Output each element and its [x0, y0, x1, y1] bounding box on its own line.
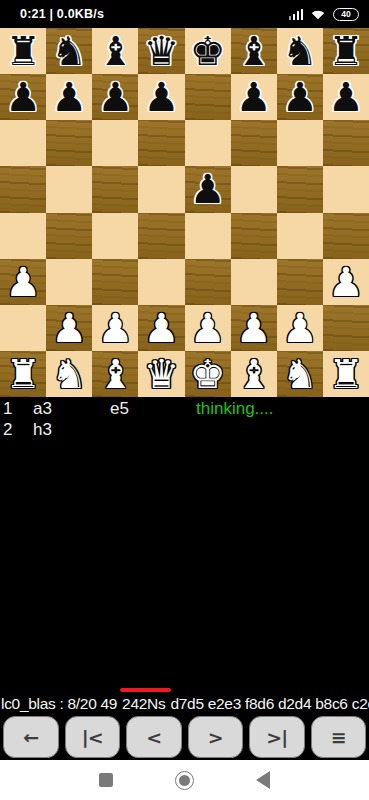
android-nav-bar	[0, 760, 369, 800]
square-d3[interactable]	[138, 259, 184, 305]
previous-move-icon: <	[146, 727, 161, 748]
square-h5[interactable]	[323, 166, 369, 212]
square-c7[interactable]: ♟	[92, 74, 138, 120]
engine-thinking-status: thinking....	[196, 398, 274, 419]
black-pawn: ♟	[51, 74, 87, 120]
white-knight: ♞	[51, 351, 87, 397]
first-move-button[interactable]: |<	[65, 716, 121, 758]
square-g3[interactable]	[277, 259, 323, 305]
black-pawn: ♟	[144, 74, 180, 120]
square-f8[interactable]: ♝	[231, 28, 277, 74]
white-king: ♚	[190, 351, 226, 397]
status-bar: 0:21 | 0.0KB/s 40	[0, 0, 369, 28]
black-move[interactable]	[110, 419, 196, 440]
square-c2[interactable]: ♟	[92, 305, 138, 351]
square-b3[interactable]	[46, 259, 92, 305]
black-pawn: ♟	[97, 74, 133, 120]
square-g2[interactable]: ♟	[277, 305, 323, 351]
engine-analysis-line: lc0_blas : 8/20 49 242Ns d7d5 e2e3 f8d6 …	[0, 688, 369, 714]
square-c4[interactable]	[92, 213, 138, 259]
square-a1[interactable]: ♜	[0, 351, 46, 397]
square-b6[interactable]	[46, 120, 92, 166]
white-bishop: ♝	[97, 351, 133, 397]
black-rook: ♜	[5, 28, 41, 74]
engine-nps-highlighted: 242Ns	[122, 694, 165, 714]
white-rook: ♜	[5, 351, 41, 397]
square-b5[interactable]	[46, 166, 92, 212]
black-knight: ♞	[282, 28, 318, 74]
square-g6[interactable]	[277, 120, 323, 166]
clock-and-speed-text: 0:21 | 0.0KB/s	[20, 7, 104, 21]
status-icons: 40	[289, 8, 360, 21]
square-h2[interactable]	[323, 305, 369, 351]
next-move-icon: >	[208, 727, 223, 748]
black-pawn: ♟	[5, 74, 41, 120]
first-move-icon: |<	[82, 727, 103, 748]
last-move-icon: >|	[266, 727, 287, 748]
black-pawn: ♟	[328, 74, 364, 120]
square-f1[interactable]: ♝	[231, 351, 277, 397]
black-knight: ♞	[51, 28, 87, 74]
black-queen: ♛	[144, 28, 180, 74]
black-pawn: ♟	[190, 166, 226, 212]
chess-board[interactable]: ♜♞♝♛♚♝♞♜♟♟♟♟♟♟♟♟♟♟♟♟♟♟♟♟♜♞♝♛♚♝♞♜	[0, 28, 369, 397]
navigation-toolbar: ←|<<>>|≡	[0, 714, 369, 760]
square-g7[interactable]: ♟	[277, 74, 323, 120]
white-pawn: ♟	[236, 305, 272, 351]
square-g4[interactable]	[277, 213, 323, 259]
square-f6[interactable]	[231, 120, 277, 166]
move-row-1: 1 a3 e5 thinking....	[3, 398, 369, 419]
square-e8[interactable]: ♚	[185, 28, 231, 74]
empty-area	[0, 443, 369, 688]
square-d7[interactable]: ♟	[138, 74, 184, 120]
android-back-icon[interactable]	[256, 771, 270, 789]
square-d1[interactable]: ♛	[138, 351, 184, 397]
square-e7[interactable]	[185, 74, 231, 120]
black-pawn: ♟	[282, 74, 318, 120]
white-move[interactable]: h3	[33, 419, 110, 440]
wifi-icon	[310, 8, 326, 20]
white-pawn: ♟	[51, 305, 87, 351]
menu-button[interactable]: ≡	[311, 716, 367, 758]
white-rook: ♜	[328, 351, 364, 397]
app-screen: 0:21 | 0.0KB/s 40 ♜♞♝♛♚♝♞♜♟♟♟♟♟♟♟♟♟♟♟♟♟♟…	[0, 0, 369, 800]
square-a3[interactable]: ♟	[0, 259, 46, 305]
black-king: ♚	[190, 28, 226, 74]
square-c8[interactable]: ♝	[92, 28, 138, 74]
square-b2[interactable]: ♟	[46, 305, 92, 351]
last-move-button[interactable]: >|	[249, 716, 305, 758]
square-a2[interactable]	[0, 305, 46, 351]
square-e3[interactable]	[185, 259, 231, 305]
white-pawn: ♟	[328, 259, 364, 305]
square-d6[interactable]	[138, 120, 184, 166]
square-e1[interactable]: ♚	[185, 351, 231, 397]
square-b7[interactable]: ♟	[46, 74, 92, 120]
black-bishop: ♝	[97, 28, 133, 74]
battery-icon: 40	[333, 8, 359, 21]
square-d8[interactable]: ♛	[138, 28, 184, 74]
engine-stats-text: lc0_blas : 8/20 49	[1, 694, 117, 714]
next-move-button[interactable]: >	[188, 716, 244, 758]
square-e5[interactable]: ♟	[185, 166, 231, 212]
square-f3[interactable]	[231, 259, 277, 305]
square-c5[interactable]	[92, 166, 138, 212]
square-a8[interactable]: ♜	[0, 28, 46, 74]
white-move[interactable]: a3	[33, 398, 110, 419]
square-f2[interactable]: ♟	[231, 305, 277, 351]
move-number: 1	[3, 398, 33, 419]
white-pawn: ♟	[144, 305, 180, 351]
square-b1[interactable]: ♞	[46, 351, 92, 397]
black-move[interactable]: e5	[110, 398, 196, 419]
white-knight: ♞	[282, 351, 318, 397]
black-rook: ♜	[328, 28, 364, 74]
recent-apps-icon[interactable]	[99, 773, 113, 787]
move-list: 1 a3 e5 thinking.... 2 h3	[0, 397, 369, 443]
home-icon[interactable]	[175, 771, 194, 790]
square-h7[interactable]: ♟	[323, 74, 369, 120]
square-e2[interactable]: ♟	[185, 305, 231, 351]
square-f4[interactable]	[231, 213, 277, 259]
previous-move-button[interactable]: <	[126, 716, 182, 758]
move-number: 2	[3, 419, 33, 440]
signal-strength-icon	[289, 9, 304, 20]
square-h1[interactable]: ♜	[323, 351, 369, 397]
square-g8[interactable]: ♞	[277, 28, 323, 74]
square-g5[interactable]	[277, 166, 323, 212]
square-c1[interactable]: ♝	[92, 351, 138, 397]
square-d4[interactable]	[138, 213, 184, 259]
square-g1[interactable]: ♞	[277, 351, 323, 397]
white-pawn: ♟	[97, 305, 133, 351]
black-pawn: ♟	[236, 74, 272, 120]
square-d2[interactable]: ♟	[138, 305, 184, 351]
square-e6[interactable]	[185, 120, 231, 166]
square-c3[interactable]	[92, 259, 138, 305]
square-a4[interactable]	[0, 213, 46, 259]
square-a5[interactable]	[0, 166, 46, 212]
menu-icon: ≡	[331, 727, 346, 748]
black-bishop: ♝	[236, 28, 272, 74]
white-pawn: ♟	[5, 259, 41, 305]
square-a7[interactable]: ♟	[0, 74, 46, 120]
white-bishop: ♝	[236, 351, 272, 397]
white-pawn: ♟	[282, 305, 318, 351]
white-queen: ♛	[144, 351, 180, 397]
square-e4[interactable]	[185, 213, 231, 259]
square-a6[interactable]	[0, 120, 46, 166]
white-pawn: ♟	[190, 305, 226, 351]
back-icon: ←	[23, 727, 38, 748]
square-h8[interactable]: ♜	[323, 28, 369, 74]
square-b8[interactable]: ♞	[46, 28, 92, 74]
square-b4[interactable]	[46, 213, 92, 259]
square-c6[interactable]	[92, 120, 138, 166]
square-h4[interactable]	[323, 213, 369, 259]
square-d5[interactable]	[138, 166, 184, 212]
square-h6[interactable]	[323, 120, 369, 166]
square-f5[interactable]	[231, 166, 277, 212]
square-f7[interactable]: ♟	[231, 74, 277, 120]
move-row-2: 2 h3	[3, 419, 369, 440]
square-h3[interactable]: ♟	[323, 259, 369, 305]
engine-pv-moves: d7d5 e2e3 f8d6 d2d4 b8c6 c2c4	[170, 694, 369, 714]
back-button[interactable]: ←	[3, 716, 59, 758]
